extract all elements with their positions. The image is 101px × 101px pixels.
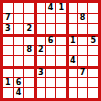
cell-r2c3[interactable] [24,14,34,24]
cell-r9c1[interactable] [3,88,13,98]
cell-r9c7[interactable] [67,88,77,98]
cell-r9c6[interactable] [56,88,66,98]
cell-r8c9[interactable] [88,78,98,88]
cell-r5c1[interactable] [3,46,13,56]
cell-r6c6[interactable] [56,56,66,66]
cell-r7c8[interactable]: 7 [78,67,88,77]
cell-r6c2[interactable] [14,56,24,66]
cell-r1c8[interactable] [78,3,88,13]
cell-r7c3[interactable] [24,67,34,77]
cell-r5c7[interactable] [67,46,77,56]
cell-r7c9[interactable] [88,67,98,77]
cell-r8c7[interactable] [67,78,77,88]
cell-r1c3[interactable] [24,3,34,13]
cell-r7c4[interactable]: 3 [35,67,45,77]
cell-r4c2[interactable] [14,35,24,45]
cell-r2c6[interactable] [56,14,66,24]
cell-r3c7[interactable] [67,24,77,34]
cell-r1c1[interactable] [3,3,13,13]
sudoku-board-frame: 41783261582437164 [0,0,101,101]
cell-r6c5[interactable] [46,56,56,66]
cell-r3c5[interactable] [46,24,56,34]
cell-r9c9[interactable] [88,88,98,98]
cell-r1c4[interactable] [35,3,45,13]
cell-r3c8[interactable] [78,24,88,34]
cell-r2c9[interactable] [88,14,98,24]
cell-r3c3[interactable]: 2 [24,24,34,34]
cell-r2c2[interactable] [14,14,24,24]
cell-r2c1[interactable]: 7 [3,14,13,24]
cell-r6c4[interactable] [35,56,45,66]
cell-r9c8[interactable] [78,88,88,98]
cell-r1c9[interactable] [88,3,98,13]
cell-r3c1[interactable]: 3 [3,24,13,34]
cell-r6c9[interactable] [88,56,98,66]
cell-r8c5[interactable] [46,78,56,88]
cell-r5c5[interactable] [46,46,56,56]
cell-r6c3[interactable] [24,56,34,66]
cell-r4c8[interactable] [78,35,88,45]
cell-r8c6[interactable] [56,78,66,88]
cell-r3c4[interactable] [35,24,45,34]
cell-r7c2[interactable] [14,67,24,77]
cell-r3c6[interactable] [56,24,66,34]
cell-r3c9[interactable] [88,24,98,34]
cell-r1c5[interactable]: 4 [46,3,56,13]
cell-r9c3[interactable] [24,88,34,98]
cell-r4c9[interactable]: 5 [88,35,98,45]
cell-r7c5[interactable] [46,67,56,77]
cell-r4c1[interactable] [3,35,13,45]
cell-r5c6[interactable] [56,46,66,56]
cell-r8c2[interactable]: 6 [14,78,24,88]
sudoku-board: 41783261582437164 [3,3,98,98]
cell-r5c8[interactable] [78,46,88,56]
cell-r8c3[interactable] [24,78,34,88]
cell-r4c4[interactable] [35,35,45,45]
cell-r9c2[interactable]: 4 [14,88,24,98]
cell-r8c8[interactable] [78,78,88,88]
cell-r9c4[interactable] [35,88,45,98]
cell-r2c5[interactable] [46,14,56,24]
cell-r3c2[interactable] [14,24,24,34]
cell-r5c2[interactable] [14,46,24,56]
cell-r4c6[interactable] [56,35,66,45]
cell-r7c1[interactable] [3,67,13,77]
cell-r5c4[interactable]: 2 [35,46,45,56]
cell-r9c5[interactable] [46,88,56,98]
cell-r4c3[interactable] [24,35,34,45]
cell-r6c1[interactable] [3,56,13,66]
cell-r1c6[interactable]: 1 [56,3,66,13]
cell-r4c5[interactable]: 6 [46,35,56,45]
cell-r1c7[interactable] [67,3,77,13]
cell-r2c7[interactable] [67,14,77,24]
cell-r5c3[interactable]: 8 [24,46,34,56]
cell-r6c7[interactable]: 4 [67,56,77,66]
cell-r6c8[interactable] [78,56,88,66]
cell-r2c8[interactable]: 8 [78,14,88,24]
cell-r8c1[interactable]: 1 [3,78,13,88]
cell-r1c2[interactable] [14,3,24,13]
cell-r7c7[interactable] [67,67,77,77]
cell-r8c4[interactable] [35,78,45,88]
cell-r5c9[interactable] [88,46,98,56]
cell-r7c6[interactable] [56,67,66,77]
cell-r4c7[interactable]: 1 [67,35,77,45]
cell-r2c4[interactable] [35,14,45,24]
